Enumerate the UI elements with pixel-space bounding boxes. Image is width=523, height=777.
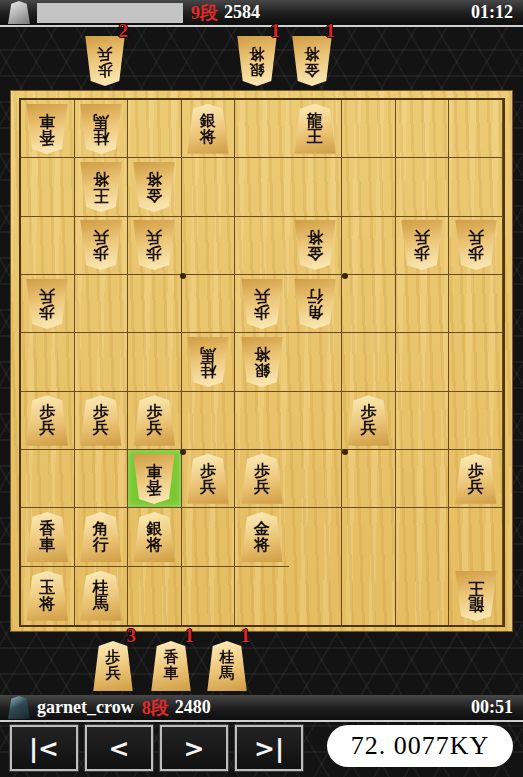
board-square-1h[interactable] (449, 508, 503, 566)
board-square-7e[interactable] (128, 333, 182, 391)
board-square-5g[interactable]: 歩兵 (235, 450, 289, 508)
board-square-9f[interactable]: 歩兵 (21, 392, 75, 450)
board-square-3c[interactable] (342, 217, 396, 275)
board-square-8g[interactable] (75, 450, 129, 508)
board-square-9e[interactable] (21, 333, 75, 391)
shogi-piece-桂馬-sente[interactable]: 桂馬 (206, 641, 248, 691)
shogi-piece-歩兵-gote[interactable]: 歩兵 (400, 220, 444, 270)
star-point (342, 449, 348, 455)
board-square-3f[interactable]: 歩兵 (342, 392, 396, 450)
shogi-piece-玉将-sente[interactable]: 玉将 (25, 571, 69, 621)
sente-hand-桂馬[interactable]: 1桂馬 (206, 641, 248, 691)
board-square-4a[interactable]: 龍王 (289, 100, 343, 158)
board-square-5e[interactable]: 銀将 (235, 333, 289, 391)
board-square-4f[interactable] (289, 392, 343, 450)
board-square-3i[interactable] (342, 567, 396, 625)
bottom-player-clock: 00:51 (471, 697, 513, 718)
sente-hand-香車[interactable]: 1香車 (150, 641, 192, 691)
top-player-rating: 2584 (224, 2, 260, 23)
move-display[interactable]: 72. 0077KY (327, 725, 513, 767)
board-square-4e[interactable] (289, 333, 343, 391)
star-point (180, 273, 186, 279)
gote-hand-歩兵[interactable]: 2歩兵 (84, 36, 126, 86)
hand-piece-count: 1 (241, 625, 251, 647)
board-square-7d[interactable] (128, 275, 182, 333)
bottom-player-bar: garnet_crow 8段 2480 00:51 (0, 695, 523, 722)
shogi-piece-桂馬-gote[interactable]: 桂馬 (186, 337, 230, 387)
board-square-6b[interactable] (182, 158, 236, 216)
board-square-6e[interactable]: 桂馬 (182, 333, 236, 391)
gote-hand-銀将[interactable]: 1銀将 (236, 36, 278, 86)
board-square-4h[interactable] (289, 508, 343, 566)
board-square-2f[interactable] (396, 392, 450, 450)
star-point (180, 449, 186, 455)
board-square-8e[interactable] (75, 333, 129, 391)
board-square-7g[interactable]: 香車 (128, 450, 182, 508)
shogi-piece-王将-gote[interactable]: 王将 (79, 162, 123, 212)
shogi-piece-歩兵-sente[interactable]: 歩兵 (132, 395, 176, 445)
shogi-piece-銀将-gote[interactable]: 銀将 (236, 36, 278, 86)
bottom-player-name: garnet_crow (37, 697, 134, 718)
top-player-avatar-piece-icon (7, 1, 31, 24)
bottom-player-rank: 8段 (142, 696, 169, 720)
top-player-clock: 01:12 (471, 2, 513, 23)
bottom-player-rating: 2480 (175, 697, 211, 718)
board-square-9h[interactable]: 香車 (21, 508, 75, 566)
board-square-8b[interactable]: 王将 (75, 158, 129, 216)
hand-piece-count: 1 (326, 20, 336, 42)
board-square-8a[interactable]: 桂馬 (75, 100, 129, 158)
shogi-piece-龍王-sente[interactable]: 龍王 (293, 104, 337, 154)
board-square-2g[interactable] (396, 450, 450, 508)
shogi-piece-桂馬-gote[interactable]: 桂馬 (79, 104, 123, 154)
bottom-player-avatar-piece-icon (7, 696, 31, 719)
shogi-piece-金将-gote[interactable]: 金将 (293, 220, 337, 270)
shogi-piece-歩兵-gote[interactable]: 歩兵 (240, 279, 284, 329)
shogi-piece-角行-gote[interactable]: 角行 (293, 279, 337, 329)
top-player-name-box (37, 3, 183, 23)
board-square-5h[interactable]: 金将 (235, 508, 289, 566)
board-square-5f[interactable] (235, 392, 289, 450)
board-square-9c[interactable] (21, 217, 75, 275)
board-square-6g[interactable]: 歩兵 (182, 450, 236, 508)
board-square-9b[interactable] (21, 158, 75, 216)
shogi-piece-金将-gote[interactable]: 金将 (291, 36, 333, 86)
board-square-1c[interactable]: 歩兵 (449, 217, 503, 275)
shogi-piece-歩兵-sente[interactable]: 歩兵 (186, 454, 230, 504)
shogi-piece-歩兵-gote[interactable]: 歩兵 (454, 220, 498, 270)
shogi-piece-歩兵-sente[interactable]: 歩兵 (347, 395, 391, 445)
board-square-5c[interactable] (235, 217, 289, 275)
board-square-4d[interactable]: 角行 (289, 275, 343, 333)
board-square-7i[interactable] (128, 567, 182, 625)
shogi-piece-歩兵-sente[interactable]: 歩兵 (92, 641, 134, 691)
next-move-button[interactable]: > (160, 725, 228, 771)
gote-hand-tray: 2歩兵1銀将1金将 (0, 27, 523, 90)
board-square-2b[interactable] (396, 158, 450, 216)
shogi-piece-歩兵-sente[interactable]: 歩兵 (454, 454, 498, 504)
board-square-5d[interactable]: 歩兵 (235, 275, 289, 333)
board-square-7a[interactable] (128, 100, 182, 158)
board-square-3a[interactable] (342, 100, 396, 158)
shogi-piece-角行-sente[interactable]: 角行 (79, 512, 123, 562)
board-square-1i[interactable]: 龍王 (449, 567, 503, 625)
board-square-6i[interactable] (182, 567, 236, 625)
board-square-4c[interactable]: 金将 (289, 217, 343, 275)
board-square-8c[interactable]: 歩兵 (75, 217, 129, 275)
board-square-3d[interactable] (342, 275, 396, 333)
board-square-5i[interactable] (235, 567, 289, 625)
board-square-6a[interactable]: 銀将 (182, 100, 236, 158)
board-square-3e[interactable] (342, 333, 396, 391)
shogi-piece-歩兵-sente[interactable]: 歩兵 (240, 454, 284, 504)
shogi-piece-金将-sente[interactable]: 金将 (240, 512, 284, 562)
shogi-piece-歩兵-gote[interactable]: 歩兵 (25, 279, 69, 329)
sente-hand-tray: 3歩兵1香車1桂馬 (0, 632, 523, 695)
hand-piece-count: 1 (271, 20, 281, 42)
shogi-piece-龍王-gote[interactable]: 龍王 (454, 571, 498, 621)
board-square-9a[interactable]: 香車 (21, 100, 75, 158)
hand-piece-count: 1 (185, 625, 195, 647)
board-square-3h[interactable] (342, 508, 396, 566)
sente-hand-歩兵[interactable]: 3歩兵 (92, 641, 134, 691)
shogi-piece-歩兵-sente[interactable]: 歩兵 (25, 395, 69, 445)
shogi-piece-銀将-gote[interactable]: 銀将 (240, 337, 284, 387)
replay-controls: |< < > >| 72. 0077KY (0, 723, 523, 777)
shogi-piece-香車-sente[interactable]: 香車 (25, 512, 69, 562)
board-grid: 香車桂馬銀将龍王王将金将歩兵歩兵金将歩兵歩兵歩兵歩兵角行桂馬銀将歩兵歩兵歩兵歩兵… (19, 98, 505, 627)
top-player-bar: 9段 2584 01:12 (0, 0, 523, 27)
shogi-piece-歩兵-sente[interactable]: 歩兵 (79, 395, 123, 445)
shogi-piece-香車-gote[interactable]: 香車 (25, 104, 69, 154)
board-square-3g[interactable] (342, 450, 396, 508)
board-square-6h[interactable] (182, 508, 236, 566)
board-square-4g[interactable] (289, 450, 343, 508)
board-square-8f[interactable]: 歩兵 (75, 392, 129, 450)
shogi-piece-歩兵-gote[interactable]: 歩兵 (79, 220, 123, 270)
board-square-4b[interactable] (289, 158, 343, 216)
board-square-5a[interactable] (235, 100, 289, 158)
board-square-7f[interactable]: 歩兵 (128, 392, 182, 450)
shogi-piece-歩兵-gote[interactable]: 歩兵 (84, 36, 126, 86)
hand-piece-count: 3 (127, 625, 137, 647)
board-square-2e[interactable] (396, 333, 450, 391)
shogi-board: 香車桂馬銀将龍王王将金将歩兵歩兵金将歩兵歩兵歩兵歩兵角行桂馬銀将歩兵歩兵歩兵歩兵… (10, 90, 513, 632)
board-square-1d[interactable] (449, 275, 503, 333)
shogi-piece-桂馬-sente[interactable]: 桂馬 (79, 571, 123, 621)
board-square-2a[interactable] (396, 100, 450, 158)
shogi-piece-歩兵-gote[interactable]: 歩兵 (132, 220, 176, 270)
board-square-7b[interactable]: 金将 (128, 158, 182, 216)
board-square-7c[interactable]: 歩兵 (128, 217, 182, 275)
board-square-1e[interactable] (449, 333, 503, 391)
board-square-6f[interactable] (182, 392, 236, 450)
star-point (342, 273, 348, 279)
board-square-9g[interactable] (21, 450, 75, 508)
shogi-piece-香車-sente[interactable]: 香車 (150, 641, 192, 691)
first-move-button[interactable]: |< (10, 725, 78, 771)
board-square-8i[interactable]: 桂馬 (75, 567, 129, 625)
board-square-3b[interactable] (342, 158, 396, 216)
shogi-piece-金将-gote[interactable]: 金将 (132, 162, 176, 212)
board-square-8d[interactable] (75, 275, 129, 333)
board-square-1b[interactable] (449, 158, 503, 216)
board-square-8h[interactable]: 角行 (75, 508, 129, 566)
shogi-piece-香車-gote[interactable]: 香車 (132, 454, 176, 504)
shogi-piece-銀将-sente[interactable]: 銀将 (186, 104, 230, 154)
prev-move-button[interactable]: < (85, 725, 153, 771)
last-move-button[interactable]: >| (235, 725, 303, 771)
board-square-1f[interactable] (449, 392, 503, 450)
board-square-2c[interactable]: 歩兵 (396, 217, 450, 275)
board-square-9i[interactable]: 玉将 (21, 567, 75, 625)
top-player-rank: 9段 (191, 1, 218, 25)
board-square-2i[interactable] (396, 567, 450, 625)
board-square-4i[interactable] (289, 567, 343, 625)
board-square-9d[interactable]: 歩兵 (21, 275, 75, 333)
board-square-2d[interactable] (396, 275, 450, 333)
board-square-1a[interactable] (449, 100, 503, 158)
gote-hand-金将[interactable]: 1金将 (291, 36, 333, 86)
board-square-2h[interactable] (396, 508, 450, 566)
board-square-7h[interactable]: 銀将 (128, 508, 182, 566)
board-square-1g[interactable]: 歩兵 (449, 450, 503, 508)
hand-piece-count: 2 (119, 20, 129, 42)
board-square-6d[interactable] (182, 275, 236, 333)
shogi-piece-銀将-sente[interactable]: 銀将 (132, 512, 176, 562)
board-square-5b[interactable] (235, 158, 289, 216)
board-square-6c[interactable] (182, 217, 236, 275)
